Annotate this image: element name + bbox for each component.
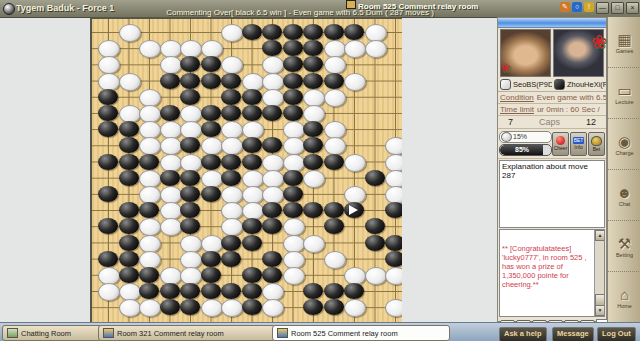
white-stone	[119, 73, 141, 91]
black-stone	[242, 105, 262, 121]
black-stone	[201, 251, 221, 267]
scroll-up-icon[interactable]: ▲	[595, 230, 605, 241]
lecture-icon: ▭	[617, 82, 631, 99]
black-stone	[365, 170, 385, 186]
black-stone	[283, 24, 303, 40]
captures-label: Caps	[539, 116, 560, 128]
white-stone	[283, 137, 305, 155]
player-names-row: SeoBS(P9D) ZhouHeXi(P5D)	[498, 78, 606, 92]
black-stone	[324, 299, 344, 315]
explanation-box[interactable]: Explanation about move 287	[499, 160, 605, 228]
black-stone	[119, 235, 139, 251]
black-stone	[324, 24, 344, 40]
black-stone	[242, 218, 262, 234]
black-stone	[365, 235, 385, 251]
black-stone	[119, 218, 139, 234]
black-stone	[303, 24, 323, 40]
black-stone	[119, 154, 139, 170]
white-stone	[262, 154, 284, 172]
home-icon	[7, 328, 18, 338]
black-stone	[160, 170, 180, 186]
main-sidebar: ▦Games▭Lecture◉Charge☻Chat⚒Betting⌂Home	[607, 17, 640, 322]
panel-caption-bar	[498, 18, 606, 28]
chat-scrollbar[interactable]: ▲ ▼	[594, 230, 604, 316]
games-icon: ▦	[617, 31, 631, 48]
black-stone	[98, 251, 118, 267]
black-stone	[180, 186, 200, 202]
sidebar-item-home[interactable]: ⌂Home	[608, 272, 640, 323]
sidebar-item-games[interactable]: ▦Games	[608, 17, 640, 68]
white-bet-bar[interactable]: 15%	[499, 131, 552, 143]
black-stone	[303, 73, 323, 89]
black-stone	[385, 235, 402, 251]
white-stone	[242, 73, 264, 91]
black-stone	[262, 251, 282, 267]
black-stone	[242, 154, 262, 170]
black-stone	[221, 235, 241, 251]
ask-a-help-button[interactable]: Ask a help	[499, 327, 547, 341]
white-stone	[201, 235, 223, 253]
money-icon	[591, 136, 602, 146]
black-stone	[283, 186, 303, 202]
go-board[interactable]	[90, 17, 402, 324]
black-stone	[98, 186, 118, 202]
white-stone	[385, 267, 402, 285]
charge-icon: ◉	[618, 133, 631, 150]
black-stone	[262, 24, 282, 40]
brush-icon[interactable]: ✎	[560, 2, 570, 12]
white-stone	[324, 137, 346, 155]
black-stone	[324, 202, 344, 218]
black-stone	[119, 121, 139, 137]
player-photos: ❀ ❀	[498, 28, 606, 78]
sidebar-item-charge[interactable]: ◉Charge	[608, 119, 640, 170]
white-stone	[201, 137, 223, 155]
black-stone	[98, 154, 118, 170]
white-stone	[180, 235, 202, 253]
black-stone	[283, 202, 303, 218]
black-stone	[201, 186, 221, 202]
maximize-button[interactable]: □	[611, 2, 624, 14]
black-stone	[242, 267, 262, 283]
black-captures: 12	[586, 116, 596, 128]
black-stone	[242, 235, 262, 251]
pin-icon[interactable]: !	[584, 2, 594, 12]
white-stone	[324, 89, 346, 107]
black-stone	[180, 89, 200, 105]
black-stone	[283, 40, 303, 56]
white-stone	[283, 218, 305, 236]
sidebar-item-lecture[interactable]: ▭Lecture	[608, 68, 640, 119]
black-stone	[242, 299, 262, 315]
black-stone	[139, 154, 159, 170]
black-stone	[283, 170, 303, 186]
rose-icon: ❀	[501, 61, 511, 75]
close-button[interactable]: ×	[626, 2, 639, 14]
betting-icon: ⚒	[618, 235, 631, 252]
white-stone	[303, 235, 325, 253]
black-stone	[180, 170, 200, 186]
black-bet-bar[interactable]: 85%	[499, 144, 552, 156]
cheer-button[interactable]: Cheer	[552, 132, 569, 156]
white-stone	[98, 73, 120, 91]
black-stone	[119, 137, 139, 153]
home-icon: ⌂	[620, 286, 629, 303]
black-stone	[221, 251, 241, 267]
log-out-button[interactable]: Log Out	[597, 327, 636, 341]
black-stone	[221, 105, 241, 121]
bet-info-button[interactable]: BET Info	[570, 132, 587, 156]
black-stone	[385, 202, 402, 218]
white-stone	[283, 154, 305, 172]
black-stone	[242, 137, 262, 153]
black-stone	[119, 170, 139, 186]
black-stone	[98, 105, 118, 121]
white-stone	[283, 235, 305, 253]
black-stone	[283, 105, 303, 121]
message-button[interactable]: Message	[552, 327, 594, 341]
white-stone-icon	[500, 79, 511, 90]
cheer-ball-icon	[556, 136, 565, 145]
magnifier-icon[interactable]: ○	[572, 2, 582, 12]
white-stone	[303, 170, 325, 188]
black-stone	[160, 299, 180, 315]
black-stone	[139, 267, 159, 283]
board-icon	[277, 328, 288, 338]
white-stone	[324, 251, 346, 269]
white-stone	[344, 154, 366, 172]
black-stone	[201, 56, 221, 72]
white-stone	[139, 235, 161, 253]
black-stone	[221, 170, 241, 186]
rose-icon: ❀	[591, 30, 607, 53]
black-stone	[201, 105, 221, 121]
black-stone	[324, 283, 344, 299]
black-stone-icon	[554, 79, 565, 90]
white-stone	[119, 299, 141, 317]
bet-info-icon: BET	[573, 137, 584, 144]
white-stone	[365, 40, 387, 58]
black-stone	[303, 154, 323, 170]
black-stone	[160, 283, 180, 299]
black-stone	[98, 89, 118, 105]
black-stone	[242, 24, 262, 40]
white-stone	[201, 299, 223, 317]
slider-knob[interactable]	[501, 132, 512, 142]
white-stone	[160, 154, 182, 172]
captures-row: 7 Caps 12	[498, 116, 606, 129]
black-stone	[160, 73, 180, 89]
betting-bars: 15% 85% Cheer BET Info Bet	[498, 129, 606, 159]
white-stone	[324, 56, 346, 74]
black-stone	[201, 73, 221, 89]
black-stone	[283, 89, 303, 105]
tygem-client-window: Tygem Baduk - Force 1 Room 525 Comment r…	[0, 0, 640, 341]
tab-chatting-room[interactable]: Chatting Room	[2, 325, 102, 341]
minimize-button[interactable]: —	[596, 2, 609, 14]
bet-button[interactable]: Bet	[588, 132, 605, 156]
black-stone	[119, 251, 139, 267]
chat-box[interactable]: ** [Congratulatatees] 'lucky0777', in ro…	[499, 229, 605, 317]
condition-row: ConditionEven game with 6.5 D	[498, 92, 606, 104]
white-stone	[365, 267, 387, 285]
game-info-panel: ❀ ❀ SeoBS(P9D) ZhouHeXi(P5D) ConditionEv…	[497, 17, 607, 322]
title-bar[interactable]: Tygem Baduk - Force 1 Room 525 Comment r…	[0, 0, 640, 18]
chat-message: ** [Congratulatatees] 'lucky0777', in ro…	[502, 244, 593, 289]
explanation-text: Explanation about move 287	[502, 162, 588, 180]
black-player-name: ZhouHeXi(P5D)	[552, 79, 606, 90]
tab-room-525[interactable]: Room 525 Comment relay room	[272, 325, 450, 341]
black-stone	[201, 283, 221, 299]
board-icon	[103, 328, 114, 338]
white-stone	[160, 137, 182, 155]
game-result-subtitle: Commenting Over[ black 6.5 win ] - Even …	[0, 8, 600, 17]
black-stone	[221, 73, 241, 89]
white-stone	[221, 24, 243, 42]
sidebar-item-chat[interactable]: ☻Chat	[608, 170, 640, 221]
white-captures: 7	[508, 116, 513, 128]
tab-room-321[interactable]: Room 321 Comment relay room	[98, 325, 276, 341]
white-stone	[283, 267, 305, 285]
black-stone	[262, 267, 282, 283]
white-stone	[344, 73, 366, 91]
white-stone	[160, 56, 182, 74]
white-stone	[262, 73, 284, 91]
black-stone	[344, 24, 364, 40]
black-stone	[221, 89, 241, 105]
white-stone	[160, 218, 182, 236]
black-stone	[242, 89, 262, 105]
black-stone	[221, 154, 241, 170]
black-stone	[324, 154, 344, 170]
black-stone	[283, 73, 303, 89]
bottom-tab-bar: Chatting RoomRoom 321 Comment relay room…	[0, 322, 640, 341]
black-stone	[385, 251, 402, 267]
time-limit-row: Time limitur 0min : 60 Sec /	[498, 104, 606, 116]
last-move-marker	[349, 205, 358, 215]
black-stone	[201, 267, 221, 283]
white-player-name: SeoBS(P9D)	[498, 79, 552, 90]
black-stone	[365, 218, 385, 234]
black-stone	[324, 218, 344, 234]
black-stone	[324, 73, 344, 89]
black-stone	[242, 283, 262, 299]
black-stone	[283, 56, 303, 72]
black-stone	[180, 73, 200, 89]
black-stone	[119, 267, 139, 283]
black-stone	[119, 202, 139, 218]
white-stone	[119, 24, 141, 42]
sidebar-item-betting[interactable]: ⚒Betting	[608, 221, 640, 272]
white-stone	[385, 154, 402, 172]
white-stone	[180, 154, 202, 172]
scroll-down-icon[interactable]: ▼	[595, 305, 605, 316]
black-stone	[201, 154, 221, 170]
black-stone	[201, 121, 221, 137]
black-stone	[160, 105, 180, 121]
chat-icon: ☻	[617, 184, 633, 201]
black-stone	[262, 105, 282, 121]
